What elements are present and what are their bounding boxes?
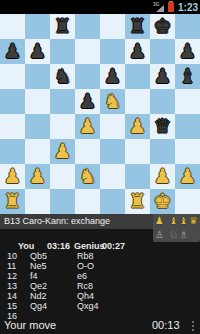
signal-strength-icon: 3G [153, 2, 164, 12]
square-e8[interactable] [100, 14, 125, 39]
square-c3[interactable]: ♟ [50, 139, 75, 164]
move-number: 11 [7, 261, 16, 271]
square-g8[interactable]: ♚ [150, 14, 175, 39]
square-h7[interactable]: ♟ [175, 39, 200, 64]
square-e5[interactable]: ♞ [100, 89, 125, 114]
square-h5[interactable] [175, 89, 200, 114]
square-c7[interactable] [50, 39, 75, 64]
status-bar: 3G 1:23 [0, 0, 200, 14]
black-move: e6 [77, 271, 87, 281]
overflow-menu-icon[interactable] [192, 321, 194, 331]
move-row[interactable]: 14Nd2Qh4 [0, 291, 200, 301]
chess-app-screen: 3G 1:23 ♜♜♚♟♟♟♟♞♟♟♝♟♞♟♟♛♟♟♟♞♟♟♜♜♚ B13 Ca… [0, 0, 200, 334]
square-h6[interactable]: ♝ [175, 64, 200, 89]
square-h4[interactable] [175, 114, 200, 139]
square-f8[interactable]: ♜ [125, 14, 150, 39]
square-f6[interactable] [125, 64, 150, 89]
square-g2[interactable]: ♟ [150, 164, 175, 189]
square-h8[interactable] [175, 14, 200, 39]
move-list-header: You 03:16 Genius 00:27 [0, 241, 200, 251]
square-b6[interactable] [25, 64, 50, 89]
square-g6[interactable]: ♟ [150, 64, 175, 89]
square-c8[interactable]: ♜ [50, 14, 75, 39]
square-f4[interactable]: ♟ [125, 114, 150, 139]
square-c2[interactable] [50, 164, 75, 189]
square-d8[interactable] [75, 14, 100, 39]
battery-low-icon [168, 2, 174, 12]
square-b4[interactable] [25, 114, 50, 139]
white-player-clock: 03:16 [47, 241, 70, 251]
square-a3[interactable] [0, 139, 25, 164]
captured-piece-n: ♘ [169, 229, 178, 241]
square-d5[interactable]: ♟ [75, 89, 100, 114]
move-number: 14 [7, 291, 17, 301]
square-f5[interactable] [125, 89, 150, 114]
black-player-clock: 00:27 [102, 241, 125, 251]
captured-piece-p: ♟ [155, 215, 164, 227]
square-g4[interactable]: ♛ [150, 114, 175, 139]
white-move: Qe2 [30, 281, 47, 291]
square-c1[interactable] [50, 189, 75, 214]
black-move: Qh4 [77, 291, 94, 301]
square-g5[interactable] [150, 89, 175, 114]
square-d4[interactable]: ♟ [75, 114, 100, 139]
square-b8[interactable] [25, 14, 50, 39]
move-number: 12 [7, 271, 17, 281]
square-d3[interactable] [75, 139, 100, 164]
square-e4[interactable] [100, 114, 125, 139]
square-e3[interactable] [100, 139, 125, 164]
square-b5[interactable] [25, 89, 50, 114]
move-rows: 10Qb5Rb811Ne5O-O12f4e613Qe2Rc814Nd2Qh415… [0, 251, 200, 321]
square-f3[interactable] [125, 139, 150, 164]
square-f1[interactable]: ♜ [125, 189, 150, 214]
chess-board[interactable]: ♜♜♚♟♟♟♟♞♟♟♝♟♞♟♟♛♟♟♟♞♟♟♜♜♚ [0, 14, 200, 214]
move-number: 13 [7, 281, 17, 291]
captured-black-pieces: ♙♘♗ [155, 229, 198, 241]
black-move: Rb8 [77, 251, 94, 261]
black-player-label: Genius [74, 241, 105, 251]
square-c6[interactable]: ♞ [50, 64, 75, 89]
square-b1[interactable] [25, 189, 50, 214]
square-d7[interactable] [75, 39, 100, 64]
white-move: Qg4 [30, 301, 47, 311]
square-d1[interactable] [75, 189, 100, 214]
square-b7[interactable]: ♟ [25, 39, 50, 64]
captured-piece-b: ♝ [179, 215, 188, 227]
square-a4[interactable] [0, 114, 25, 139]
move-row[interactable]: 13Qe2Rc8 [0, 281, 200, 291]
white-player-label: You [18, 241, 34, 251]
square-e1[interactable] [100, 189, 125, 214]
move-number: 15 [7, 301, 17, 311]
footer-bar: Your move 00:13 [0, 317, 200, 334]
system-clock: 1:23 [178, 2, 198, 13]
white-move: Qb5 [30, 251, 47, 261]
square-a6[interactable] [0, 64, 25, 89]
move-row[interactable]: 15Qg4Qxg4 [0, 301, 200, 311]
square-e2[interactable] [100, 164, 125, 189]
move-list[interactable]: You 03:16 Genius 00:27 10Qb5Rb811Ne5O-O1… [0, 241, 200, 321]
black-move: O-O [77, 261, 94, 271]
move-timer: 00:13 [152, 319, 180, 331]
captured-piece-b: ♝ [169, 215, 178, 227]
white-move: f4 [30, 271, 38, 281]
move-row[interactable]: 10Qb5Rb8 [0, 251, 200, 261]
square-d6[interactable] [75, 64, 100, 89]
square-f2[interactable] [125, 164, 150, 189]
captured-piece-q: ♛ [189, 215, 198, 227]
square-g3[interactable] [150, 139, 175, 164]
square-a8[interactable] [0, 14, 25, 39]
square-c5[interactable] [50, 89, 75, 114]
square-g1[interactable]: ♚ [150, 189, 175, 214]
captured-pieces-tray: ♟♝♝♛ ♙♘♗ [153, 214, 200, 242]
square-a1[interactable]: ♜ [0, 189, 25, 214]
black-move: Qxg4 [77, 301, 99, 311]
move-row[interactable]: 12f4e6 [0, 271, 200, 281]
square-h2[interactable]: ♟ [175, 164, 200, 189]
square-a7[interactable]: ♟ [0, 39, 25, 64]
move-row[interactable]: 11Ne5O-O [0, 261, 200, 271]
square-d2[interactable]: ♞ [75, 164, 100, 189]
square-h3[interactable] [175, 139, 200, 164]
square-h1[interactable] [175, 189, 200, 214]
captured-piece-p: ♙ [155, 229, 164, 241]
square-b3[interactable] [25, 139, 50, 164]
turn-status-text: Your move [4, 319, 56, 331]
white-move: Nd2 [30, 291, 47, 301]
square-e7[interactable] [100, 39, 125, 64]
square-e6[interactable]: ♟ [100, 64, 125, 89]
black-move: Rc8 [77, 281, 93, 291]
white-move: Ne5 [30, 261, 47, 271]
move-number: 10 [7, 251, 17, 261]
captured-white-pieces: ♟♝♝♛ [155, 215, 198, 227]
square-a2[interactable]: ♟ [0, 164, 25, 189]
square-a5[interactable] [0, 89, 25, 114]
square-c4[interactable] [50, 114, 75, 139]
square-g7[interactable] [150, 39, 175, 64]
square-f7[interactable]: ♟ [125, 39, 150, 64]
square-b2[interactable]: ♟ [25, 164, 50, 189]
captured-piece-b: ♗ [179, 229, 188, 241]
opening-name: B13 Caro-Kann: exchange [4, 216, 110, 226]
